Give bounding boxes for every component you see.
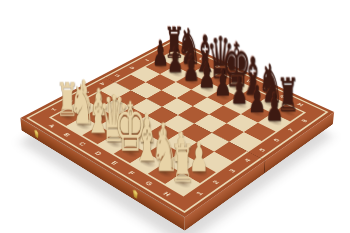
piece-dark-pawn[interactable]: ♟ — [182, 50, 199, 86]
piece-dark-pawn[interactable]: ♟ — [247, 80, 265, 118]
piece-dark-pawn[interactable]: ♟ — [214, 64, 232, 101]
fold-seam-icon — [264, 160, 265, 173]
piece-dark-pawn[interactable]: ♟ — [167, 42, 184, 77]
outer-pinstripe: ABCDEFGH ABCDEFGH 87654321 87654321 ♜♞♝♛… — [26, 40, 328, 212]
square-h1[interactable]: ♜ — [165, 172, 200, 194]
product-photo-stage: ABCDEFGH ABCDEFGH 87654321 87654321 ♜♞♝♛… — [0, 0, 350, 233]
folding-chessboard: ABCDEFGH ABCDEFGH 87654321 87654321 ♜♞♝♛… — [20, 38, 334, 217]
coordinate-border: ABCDEFGH ABCDEFGH 87654321 87654321 ♜♞♝♛… — [29, 41, 326, 210]
board-scene: ABCDEFGH ABCDEFGH 87654321 87654321 ♜♞♝♛… — [0, 0, 350, 233]
piece-dark-pawn[interactable]: ♟ — [230, 72, 248, 109]
board-top: ABCDEFGH ABCDEFGH 87654321 87654321 ♜♞♝♛… — [20, 38, 334, 217]
piece-dark-pawn[interactable]: ♟ — [198, 57, 215, 93]
piece-dark-pawn[interactable]: ♟ — [265, 88, 283, 126]
piece-light-rook[interactable]: ♜ — [170, 138, 195, 190]
